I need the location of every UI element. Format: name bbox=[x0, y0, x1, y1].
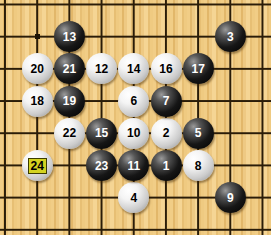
stone-number: 3 bbox=[227, 31, 234, 43]
stone-2[interactable]: 2 bbox=[151, 118, 182, 149]
stone-number: 15 bbox=[95, 127, 108, 139]
stone-number: 13 bbox=[63, 31, 76, 43]
stone-16[interactable]: 16 bbox=[151, 53, 182, 84]
stone-number: 5 bbox=[195, 127, 202, 139]
stone-15[interactable]: 15 bbox=[86, 118, 117, 149]
stone-3[interactable]: 3 bbox=[215, 21, 246, 52]
stone-12[interactable]: 12 bbox=[86, 53, 117, 84]
stone-number: 6 bbox=[130, 95, 137, 107]
stone-number: 7 bbox=[163, 95, 170, 107]
stone-number: 14 bbox=[127, 63, 140, 75]
star-point bbox=[35, 34, 40, 39]
stone-number: 4 bbox=[130, 192, 137, 204]
stone-number: 17 bbox=[192, 63, 205, 75]
stone-number: 23 bbox=[95, 160, 108, 172]
stone-number: 9 bbox=[227, 192, 234, 204]
stone-10[interactable]: 10 bbox=[118, 118, 149, 149]
go-board[interactable]: 123456789101112131415161718192021222324 bbox=[0, 0, 271, 235]
stone-4[interactable]: 4 bbox=[118, 182, 149, 213]
stone-number: 18 bbox=[31, 95, 44, 107]
stone-number: 2 bbox=[163, 127, 170, 139]
stone-number: 1 bbox=[163, 160, 170, 172]
stone-7[interactable]: 7 bbox=[151, 86, 182, 117]
stone-9[interactable]: 9 bbox=[215, 182, 246, 213]
stone-19[interactable]: 19 bbox=[54, 86, 85, 117]
stone-number: 16 bbox=[159, 63, 172, 75]
stone-number: 19 bbox=[63, 95, 76, 107]
stone-23[interactable]: 23 bbox=[86, 150, 117, 181]
stone-6[interactable]: 6 bbox=[118, 86, 149, 117]
stone-17[interactable]: 17 bbox=[183, 53, 214, 84]
stone-24[interactable]: 24 bbox=[22, 150, 53, 181]
stone-8[interactable]: 8 bbox=[183, 150, 214, 181]
stone-20[interactable]: 20 bbox=[22, 53, 53, 84]
stone-number: 22 bbox=[63, 127, 76, 139]
stone-number: 11 bbox=[127, 160, 140, 172]
stone-5[interactable]: 5 bbox=[183, 118, 214, 149]
stone-number: 21 bbox=[63, 63, 76, 75]
stone-22[interactable]: 22 bbox=[54, 118, 85, 149]
stone-number: 12 bbox=[95, 63, 108, 75]
stone-21[interactable]: 21 bbox=[54, 53, 85, 84]
stone-18[interactable]: 18 bbox=[22, 86, 53, 117]
stone-number: 20 bbox=[31, 63, 44, 75]
stone-13[interactable]: 13 bbox=[54, 21, 85, 52]
stone-number: 10 bbox=[127, 127, 140, 139]
stone-number: 8 bbox=[195, 160, 202, 172]
stone-1[interactable]: 1 bbox=[151, 150, 182, 181]
last-move-highlight: 24 bbox=[28, 158, 47, 174]
stone-14[interactable]: 14 bbox=[118, 53, 149, 84]
stone-11[interactable]: 11 bbox=[118, 150, 149, 181]
